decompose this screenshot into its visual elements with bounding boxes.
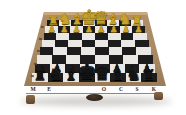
- chess-set-photo: MEOCSK ♜♞♝♚♛♝♞♜♟♟♟♟♟♟♟♟♟♟♟♟♟♟♟♟♜♞♝♚♛♝♞♜: [0, 0, 186, 115]
- piece-white-pawn: ♟: [109, 25, 117, 34]
- piece-white-pawn: ♟: [97, 25, 105, 34]
- piece-white-pawn: ♟: [48, 25, 56, 34]
- piece-white-pawn: ♟: [134, 25, 142, 34]
- piece-white-pawn: ♟: [85, 25, 93, 34]
- piece-black-bishop: ♝: [110, 66, 125, 83]
- pieces-layer: ♜♞♝♚♛♝♞♜♟♟♟♟♟♟♟♟♟♟♟♟♟♟♟♟♜♞♝♚♛♝♞♜: [0, 0, 186, 115]
- piece-white-pawn: ♟: [60, 25, 68, 34]
- piece-black-rook: ♜: [142, 68, 155, 83]
- piece-black-queen: ♛: [93, 63, 111, 83]
- piece-black-knight: ♞: [48, 66, 63, 83]
- piece-black-knight: ♞: [126, 66, 141, 83]
- piece-black-rook: ♜: [33, 68, 46, 83]
- piece-white-pawn: ♟: [72, 25, 80, 34]
- piece-white-pawn: ♟: [122, 25, 130, 34]
